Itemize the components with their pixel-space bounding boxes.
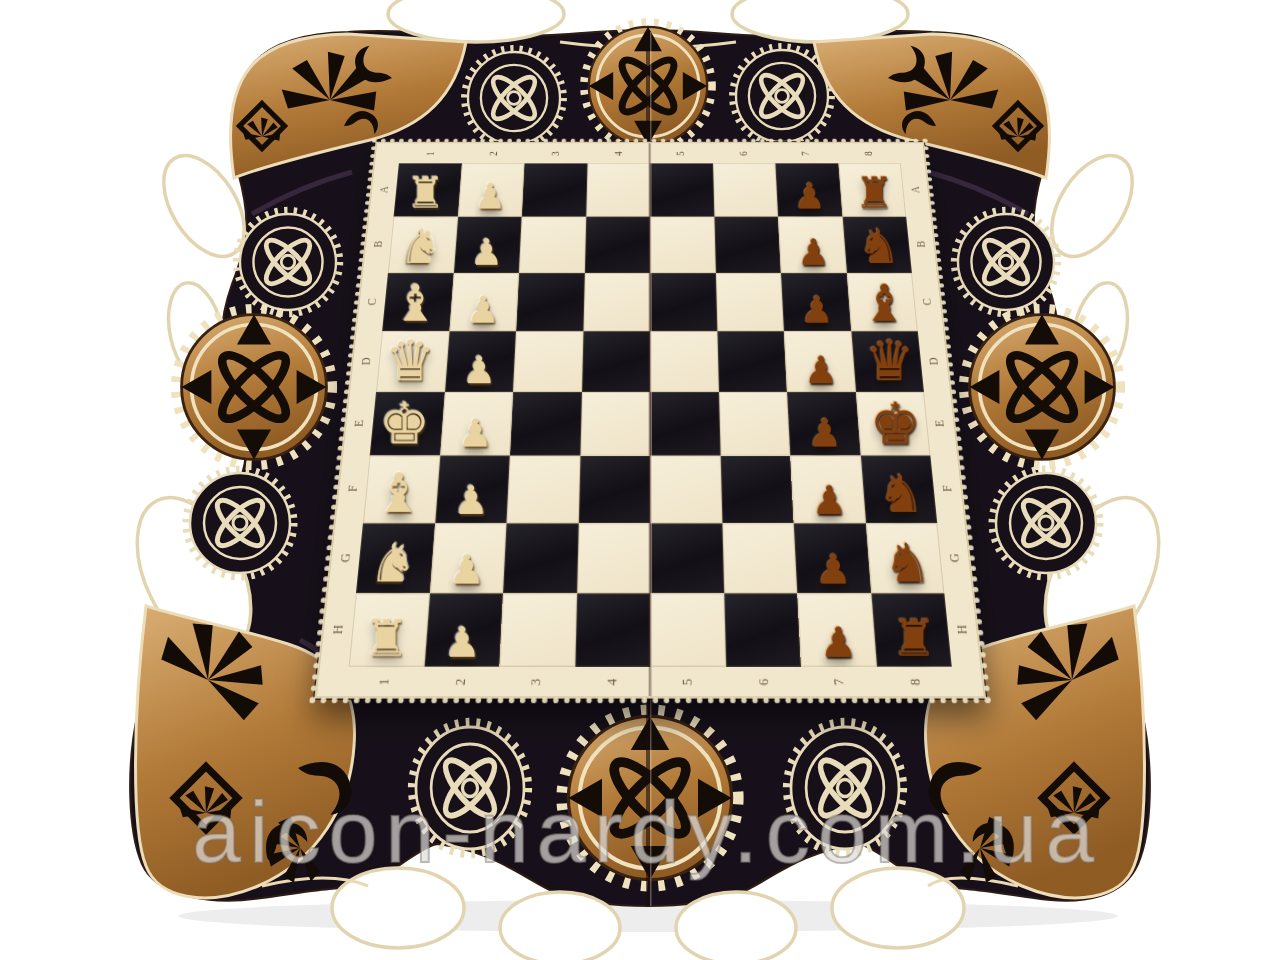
piece-white-bishop-c1: ♝ <box>393 278 439 329</box>
piece-white-pawn-d2: ♟ <box>462 351 496 389</box>
piece-black-bishop-c8: ♝ <box>861 278 907 329</box>
square-c8: ♝ <box>846 273 917 331</box>
coord-label: 6 <box>755 678 772 685</box>
square-c3 <box>516 273 584 331</box>
coord-left-g: G <box>328 523 363 593</box>
square-d1: ♛ <box>376 331 449 392</box>
square-e8: ♚ <box>856 392 931 456</box>
coord-top-4: 4 <box>587 143 650 163</box>
square-f2: ♟ <box>435 456 510 523</box>
coord-right-f: F <box>930 456 964 523</box>
piece-white-pawn-e2: ♟ <box>458 414 493 453</box>
square-b4 <box>584 217 649 273</box>
square-f7: ♟ <box>790 456 865 523</box>
square-c2: ♟ <box>449 273 519 331</box>
square-a7: ♟ <box>775 163 842 216</box>
piece-black-pawn-e7: ♟ <box>808 414 843 453</box>
square-a6 <box>713 163 778 216</box>
piece-black-pawn-f7: ♟ <box>812 480 848 520</box>
square-g6 <box>722 523 797 593</box>
coord-top-1: 1 <box>399 143 463 163</box>
square-e5 <box>650 392 720 456</box>
square-h4 <box>575 593 650 667</box>
coord-bottom-8: 8 <box>876 667 954 697</box>
piece-black-knight-f8: ♞ <box>878 467 925 519</box>
coord-top-3: 3 <box>524 143 587 163</box>
piece-white-pawn-a2: ♟ <box>474 179 506 215</box>
board-frame-corner <box>317 667 349 697</box>
coord-label: 2 <box>452 678 469 685</box>
square-c6 <box>715 273 783 331</box>
square-d6 <box>717 331 787 392</box>
square-a2: ♟ <box>458 163 525 216</box>
coord-label: 5 <box>680 678 697 685</box>
square-h3 <box>499 593 576 667</box>
coord-bottom-2: 2 <box>422 667 500 697</box>
square-a8: ♜ <box>838 163 906 216</box>
piece-white-knight-g1: ♞ <box>369 536 417 590</box>
square-d3 <box>513 331 583 392</box>
piece-white-knight-b1: ♞ <box>399 222 442 270</box>
square-f8: ♞ <box>860 456 937 523</box>
coord-label: D <box>358 357 374 365</box>
square-d4 <box>582 331 651 392</box>
coord-label: 7 <box>831 678 848 685</box>
coord-left-e: E <box>343 392 376 456</box>
coord-bottom-1: 1 <box>346 667 424 697</box>
square-b5 <box>650 217 716 273</box>
coord-label: 4 <box>612 151 626 156</box>
square-g8: ♞ <box>865 523 944 593</box>
coord-label: H <box>954 625 971 635</box>
chess-board: 12345678A♜♟♟♜AB♞♟♟♞BC♝♟♟♝CD♛♟♟♛DE♚♟♟♚EF♝… <box>314 142 986 699</box>
chessboard-scene: 12345678A♜♟♟♜AB♞♟♟♞BC♝♟♟♝CD♛♟♟♛DE♚♟♟♚EF♝… <box>348 95 948 685</box>
piece-black-rook-a8: ♜ <box>855 171 894 214</box>
coord-label: H <box>329 625 346 635</box>
coord-bottom-4: 4 <box>574 667 650 697</box>
coord-right-d: D <box>918 331 950 392</box>
square-f1: ♝ <box>363 456 440 523</box>
coord-bottom-7: 7 <box>801 667 879 697</box>
piece-white-pawn-h2: ♟ <box>443 622 480 664</box>
piece-black-pawn-g7: ♟ <box>816 549 853 590</box>
coord-label: A <box>908 186 923 193</box>
piece-black-pawn-h7: ♟ <box>820 622 857 664</box>
coord-label: F <box>939 486 955 493</box>
coord-top-5: 5 <box>650 143 713 163</box>
square-e1: ♚ <box>370 392 445 456</box>
piece-black-pawn-d7: ♟ <box>804 351 838 389</box>
coord-label: 1 <box>376 678 393 685</box>
square-e4 <box>580 392 650 456</box>
coord-label: 8 <box>907 678 924 685</box>
square-a4 <box>586 163 650 216</box>
coord-label: 1 <box>424 151 438 156</box>
coord-right-h: H <box>944 593 980 667</box>
square-a5 <box>650 163 714 216</box>
square-h6 <box>724 593 801 667</box>
coord-label: F <box>345 486 361 493</box>
square-d5 <box>650 331 719 392</box>
coord-left-d: D <box>350 331 382 392</box>
piece-black-pawn-b7: ♟ <box>797 234 830 270</box>
square-f4 <box>578 456 650 523</box>
square-b2: ♟ <box>453 217 521 273</box>
coord-label: C <box>920 298 935 305</box>
coord-label: 3 <box>528 678 545 685</box>
piece-black-pawn-a7: ♟ <box>794 179 826 215</box>
square-a3 <box>522 163 587 216</box>
piece-white-pawn-f2: ♟ <box>453 480 489 520</box>
square-d7: ♟ <box>784 331 856 392</box>
square-h1: ♜ <box>349 593 430 667</box>
piece-white-rook-h1: ♜ <box>364 613 409 664</box>
square-c7: ♟ <box>781 273 851 331</box>
coord-right-a: A <box>901 163 931 216</box>
coord-label: A <box>377 186 392 193</box>
coord-right-e: E <box>924 392 957 456</box>
coord-label: E <box>352 420 368 427</box>
square-h7: ♟ <box>797 593 876 667</box>
square-f6 <box>720 456 794 523</box>
square-g3 <box>503 523 578 593</box>
coord-label: 4 <box>604 678 621 685</box>
coord-label: G <box>946 553 963 562</box>
piece-black-knight-b8: ♞ <box>858 222 901 270</box>
coord-bottom-5: 5 <box>650 667 726 697</box>
square-f3 <box>507 456 580 523</box>
square-c1: ♝ <box>382 273 453 331</box>
square-g1: ♞ <box>356 523 435 593</box>
square-g4 <box>577 523 651 593</box>
square-h8: ♜ <box>871 593 952 667</box>
coord-label: 7 <box>799 151 813 156</box>
coord-label: 5 <box>674 151 688 156</box>
square-h5 <box>650 593 725 667</box>
square-b7: ♟ <box>778 217 846 273</box>
square-e3 <box>510 392 582 456</box>
piece-black-queen-d8: ♛ <box>864 333 914 389</box>
piece-black-pawn-c7: ♟ <box>801 291 834 328</box>
board-frame-corner <box>899 143 925 163</box>
square-b1: ♞ <box>388 217 458 273</box>
square-d2: ♟ <box>445 331 517 392</box>
piece-white-pawn-c2: ♟ <box>466 291 499 328</box>
square-h2: ♟ <box>424 593 503 667</box>
coord-top-6: 6 <box>712 143 775 163</box>
square-b6 <box>714 217 781 273</box>
square-e7: ♟ <box>787 392 860 456</box>
square-d8: ♛ <box>851 331 924 392</box>
square-c5 <box>650 273 717 331</box>
piece-black-knight-g8: ♞ <box>883 536 931 590</box>
coord-label: 3 <box>549 151 563 156</box>
board-frame-corner <box>375 143 401 163</box>
coord-top-8: 8 <box>837 143 901 163</box>
square-g5 <box>650 523 724 593</box>
piece-white-pawn-g2: ♟ <box>448 549 485 590</box>
square-g2: ♟ <box>429 523 506 593</box>
coord-right-g: G <box>937 523 972 593</box>
coord-right-c: C <box>912 273 943 331</box>
piece-white-rook-a1: ♜ <box>406 171 445 214</box>
piece-white-bishop-f1: ♝ <box>375 465 424 519</box>
square-e2: ♟ <box>440 392 513 456</box>
square-a1: ♜ <box>393 163 461 216</box>
coord-top-7: 7 <box>774 143 838 163</box>
piece-black-king-e8: ♚ <box>869 396 920 453</box>
coord-label: B <box>914 241 929 248</box>
product-photo: 12345678A♜♟♟♜AB♞♟♟♞BC♝♟♟♝CD♛♟♟♛DE♚♟♟♚EF♝… <box>0 0 1280 960</box>
piece-white-queen-d1: ♛ <box>385 333 435 389</box>
watermark-text: aicon-nardy.com.ua <box>192 788 1122 876</box>
square-b3 <box>519 217 586 273</box>
coord-label: 8 <box>862 151 876 156</box>
square-b8: ♞ <box>842 217 912 273</box>
coord-top-2: 2 <box>462 143 526 163</box>
coord-label: 6 <box>737 151 751 156</box>
coord-right-b: B <box>906 217 937 273</box>
square-c4 <box>583 273 650 331</box>
piece-white-pawn-b2: ♟ <box>470 234 503 270</box>
coord-label: D <box>926 357 942 365</box>
square-e6 <box>719 392 791 456</box>
coord-label: 2 <box>487 151 501 156</box>
board-frame-corner <box>952 667 984 697</box>
square-f5 <box>650 456 722 523</box>
piece-black-rook-h8: ♜ <box>891 613 936 664</box>
coord-label: C <box>365 298 380 305</box>
coord-bottom-6: 6 <box>726 667 803 697</box>
piece-white-king-e1: ♚ <box>379 396 430 453</box>
square-g7: ♟ <box>794 523 871 593</box>
coord-label: G <box>337 553 354 562</box>
coord-label: E <box>932 420 948 427</box>
coord-label: B <box>371 241 386 248</box>
coord-bottom-3: 3 <box>498 667 575 697</box>
